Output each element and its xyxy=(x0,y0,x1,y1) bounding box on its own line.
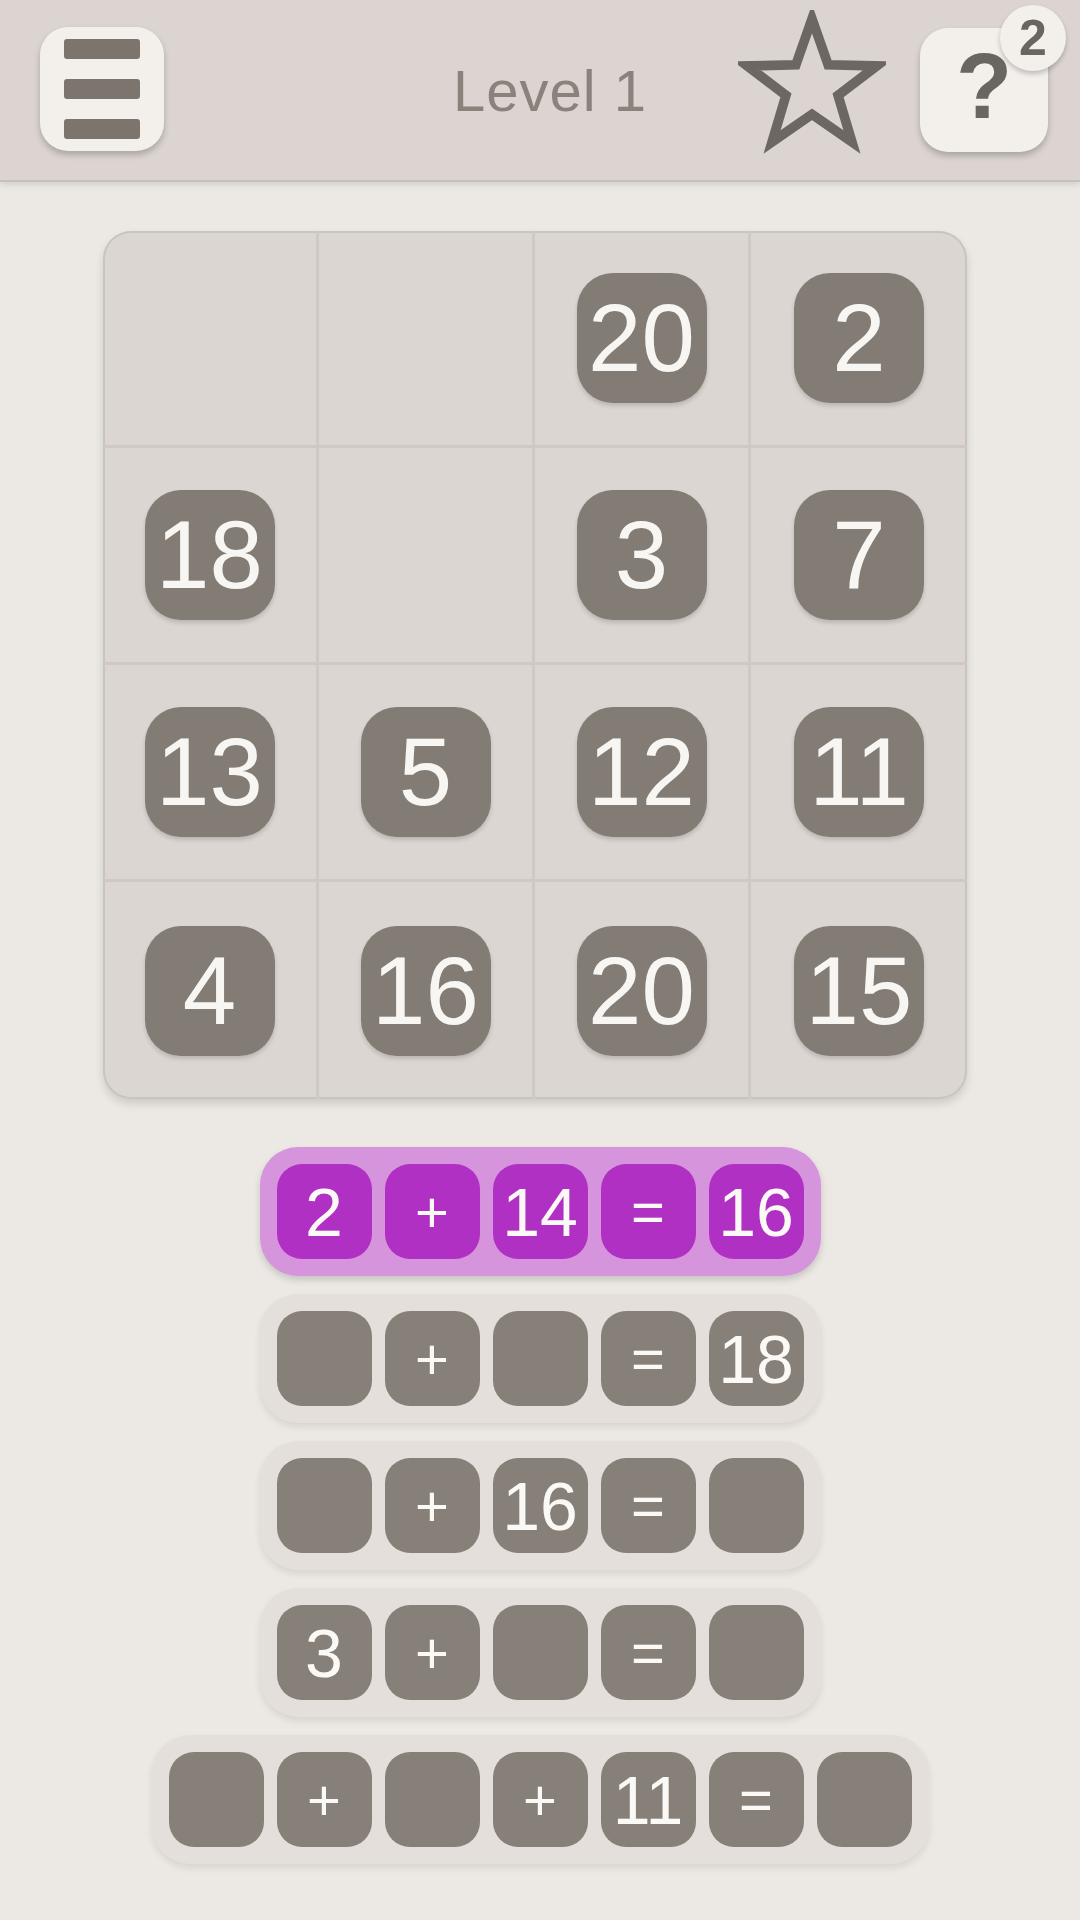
number-grid: 202183713512114162015 xyxy=(103,231,967,1099)
grid-cell-r4c3: 20 xyxy=(535,882,751,1099)
equation-number-tile[interactable]: 2 xyxy=(277,1164,372,1259)
equation-number-tile[interactable]: 16 xyxy=(493,1458,588,1553)
grid-cell-r1c1 xyxy=(103,231,319,448)
equation-row-1: 2+14=16 xyxy=(260,1147,821,1276)
equation-row-2: +=18 xyxy=(260,1294,821,1423)
empty-slot[interactable] xyxy=(169,1752,264,1847)
empty-slot[interactable] xyxy=(709,1605,804,1700)
number-tile[interactable]: 20 xyxy=(577,273,707,403)
top-bar: Level 1 ? 2 xyxy=(0,0,1080,182)
equation-number-tile[interactable]: 14 xyxy=(493,1164,588,1259)
grid-cell-r2c4: 7 xyxy=(751,448,967,665)
number-tile[interactable]: 16 xyxy=(361,926,491,1056)
number-tile[interactable]: 11 xyxy=(794,707,924,837)
empty-slot[interactable] xyxy=(385,1752,480,1847)
empty-slot[interactable] xyxy=(277,1311,372,1406)
number-tile[interactable]: 3 xyxy=(577,490,707,620)
equals-tile: = xyxy=(601,1311,696,1406)
grid-cell-r3c2: 5 xyxy=(319,665,535,882)
star-outline-icon xyxy=(738,10,886,158)
number-tile[interactable]: 4 xyxy=(145,926,275,1056)
equals-tile: = xyxy=(709,1752,804,1847)
grid-cell-r2c2 xyxy=(319,448,535,665)
number-tile[interactable]: 18 xyxy=(145,490,275,620)
number-tile[interactable]: 7 xyxy=(794,490,924,620)
hint-count-badge: 2 xyxy=(1000,5,1066,71)
number-tile[interactable]: 12 xyxy=(577,707,707,837)
equals-tile: = xyxy=(601,1164,696,1259)
empty-slot[interactable] xyxy=(493,1311,588,1406)
equation-number-tile[interactable]: 3 xyxy=(277,1605,372,1700)
grid-cell-r3c3: 12 xyxy=(535,665,751,882)
grid-cell-r3c4: 11 xyxy=(751,665,967,882)
menu-button[interactable] xyxy=(40,27,164,151)
level-title: Level 1 xyxy=(453,57,647,124)
equation-row-5: ++11= xyxy=(152,1735,929,1864)
equation-number-tile[interactable]: 16 xyxy=(709,1164,804,1259)
number-tile[interactable]: 20 xyxy=(577,926,707,1056)
empty-slot[interactable] xyxy=(709,1458,804,1553)
hamburger-icon xyxy=(64,39,140,139)
grid-cell-r2c3: 3 xyxy=(535,448,751,665)
star-icon[interactable] xyxy=(738,10,886,158)
equations-list: 2+14=16+=18+16=3+=++11= xyxy=(0,1147,1080,1864)
equals-tile: = xyxy=(601,1605,696,1700)
equation-number-tile[interactable]: 11 xyxy=(601,1752,696,1847)
number-tile[interactable]: 13 xyxy=(145,707,275,837)
grid-cell-r2c1: 18 xyxy=(103,448,319,665)
plus-tile: + xyxy=(385,1605,480,1700)
equation-row-3: +16= xyxy=(260,1441,821,1570)
empty-slot[interactable] xyxy=(817,1752,912,1847)
app-root: Level 1 ? 2 202183713512114162015 2+14=1… xyxy=(0,0,1080,1920)
grid-cell-r1c2 xyxy=(319,231,535,448)
grid-cell-r4c4: 15 xyxy=(751,882,967,1099)
grid-cell-r4c1: 4 xyxy=(103,882,319,1099)
number-tile[interactable]: 2 xyxy=(794,273,924,403)
empty-slot[interactable] xyxy=(277,1458,372,1553)
grid-cell-r3c1: 13 xyxy=(103,665,319,882)
number-tile[interactable]: 5 xyxy=(361,707,491,837)
number-tile[interactable]: 15 xyxy=(794,926,924,1056)
plus-tile: + xyxy=(385,1164,480,1259)
plus-tile: + xyxy=(385,1311,480,1406)
plus-tile: + xyxy=(385,1458,480,1553)
grid-cell-r1c3: 20 xyxy=(535,231,751,448)
plus-tile: + xyxy=(493,1752,588,1847)
grid-cell-r1c4: 2 xyxy=(751,231,967,448)
plus-tile: + xyxy=(277,1752,372,1847)
equation-row-4: 3+= xyxy=(260,1588,821,1717)
empty-slot[interactable] xyxy=(493,1605,588,1700)
equals-tile: = xyxy=(601,1458,696,1553)
grid-cell-r4c2: 16 xyxy=(319,882,535,1099)
equation-number-tile[interactable]: 18 xyxy=(709,1311,804,1406)
